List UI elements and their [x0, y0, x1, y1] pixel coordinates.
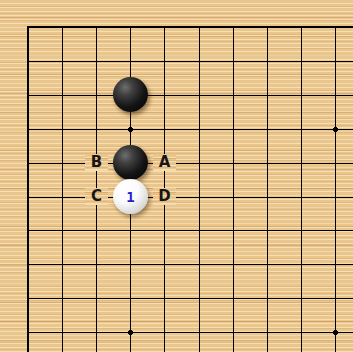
go-board[interactable]: ABCD1: [0, 0, 353, 352]
black-stone-d15: [113, 145, 148, 180]
grid-line-horizontal: [27, 264, 353, 265]
star-point-k16: [333, 127, 338, 132]
grid-line-vertical: [233, 26, 234, 352]
black-stone-d17: [113, 77, 148, 112]
choice-label-c[interactable]: C: [85, 188, 108, 205]
board-grid-lines: [0, 0, 353, 352]
grid-line-vertical: [62, 26, 63, 352]
choice-label-b[interactable]: B: [85, 154, 108, 171]
grid-line-vertical: [27, 26, 29, 352]
grid-line-horizontal: [27, 230, 353, 231]
grid-line-horizontal: [27, 197, 353, 198]
star-point-k10: [333, 330, 338, 335]
choice-label-a[interactable]: A: [153, 154, 176, 171]
grid-line-horizontal: [27, 26, 353, 28]
grid-line-horizontal: [27, 61, 353, 62]
grid-line-vertical: [301, 26, 302, 352]
grid-line-horizontal: [27, 332, 353, 333]
grid-line-horizontal: [27, 129, 353, 130]
grid-line-vertical: [267, 26, 268, 352]
grid-line-horizontal: [27, 298, 353, 299]
white-stone-d14: 1: [113, 179, 148, 214]
grid-line-horizontal: [27, 95, 353, 96]
choice-label-d[interactable]: D: [153, 188, 176, 205]
grid-line-vertical: [335, 26, 336, 352]
grid-line-horizontal: [27, 163, 353, 164]
star-point-d16: [128, 127, 133, 132]
move-number: 1: [113, 179, 148, 214]
grid-line-vertical: [199, 26, 200, 352]
star-point-d10: [128, 330, 133, 335]
